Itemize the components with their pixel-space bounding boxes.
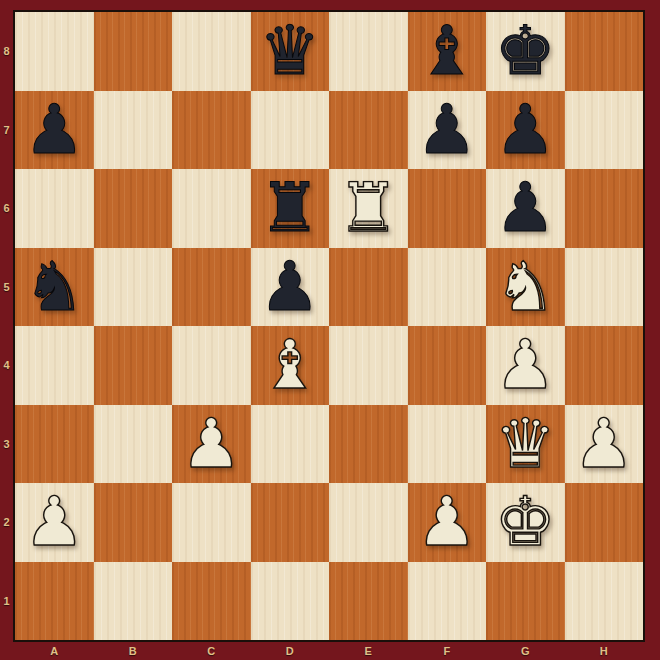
- square-b8[interactable]: [94, 12, 173, 91]
- white-knight-g5[interactable]: ♞: [495, 253, 556, 321]
- square-c5[interactable]: [172, 248, 251, 327]
- square-c4[interactable]: [172, 326, 251, 405]
- square-f2[interactable]: ♟: [408, 483, 487, 562]
- square-f3[interactable]: [408, 405, 487, 484]
- square-f5[interactable]: [408, 248, 487, 327]
- file-label-h: H: [565, 642, 644, 660]
- white-rook-e6[interactable]: ♜: [338, 174, 399, 242]
- square-e1[interactable]: [329, 562, 408, 641]
- square-a8[interactable]: [15, 12, 94, 91]
- black-queen-d8[interactable]: ♛: [259, 17, 320, 85]
- square-a2[interactable]: ♟: [15, 483, 94, 562]
- black-pawn-a7[interactable]: ♟: [24, 96, 85, 164]
- square-f4[interactable]: [408, 326, 487, 405]
- square-h3[interactable]: ♟: [565, 405, 644, 484]
- square-a6[interactable]: [15, 169, 94, 248]
- file-label-d: D: [251, 642, 330, 660]
- white-pawn-c3[interactable]: ♟: [181, 410, 242, 478]
- black-knight-a5[interactable]: ♞: [24, 253, 85, 321]
- square-c3[interactable]: ♟: [172, 405, 251, 484]
- square-d4[interactable]: ♝: [251, 326, 330, 405]
- square-a7[interactable]: ♟: [15, 91, 94, 170]
- white-pawn-a2[interactable]: ♟: [24, 488, 85, 556]
- square-d1[interactable]: [251, 562, 330, 641]
- black-pawn-f7[interactable]: ♟: [416, 96, 477, 164]
- square-f1[interactable]: [408, 562, 487, 641]
- square-g7[interactable]: ♟: [486, 91, 565, 170]
- square-b4[interactable]: [94, 326, 173, 405]
- square-e2[interactable]: [329, 483, 408, 562]
- square-a1[interactable]: [15, 562, 94, 641]
- square-d3[interactable]: [251, 405, 330, 484]
- white-pawn-h3[interactable]: ♟: [573, 410, 634, 478]
- square-h4[interactable]: [565, 326, 644, 405]
- square-g3[interactable]: ♛: [486, 405, 565, 484]
- square-f6[interactable]: [408, 169, 487, 248]
- square-d8[interactable]: ♛: [251, 12, 330, 91]
- square-g5[interactable]: ♞: [486, 248, 565, 327]
- black-pawn-d5[interactable]: ♟: [259, 253, 320, 321]
- square-h2[interactable]: [565, 483, 644, 562]
- square-e8[interactable]: [329, 12, 408, 91]
- square-g1[interactable]: [486, 562, 565, 641]
- square-c6[interactable]: [172, 169, 251, 248]
- square-c7[interactable]: [172, 91, 251, 170]
- black-pawn-g7[interactable]: ♟: [495, 96, 556, 164]
- square-h1[interactable]: [565, 562, 644, 641]
- square-a5[interactable]: ♞: [15, 248, 94, 327]
- square-a4[interactable]: [15, 326, 94, 405]
- white-bishop-d4[interactable]: ♝: [259, 331, 320, 399]
- square-g8[interactable]: ♚: [486, 12, 565, 91]
- board-frame: ♛♝♚♟♟♟♜♜♟♞♟♞♝♟♟♛♟♟♟♚ 87654321ABCDEFGH: [0, 0, 660, 660]
- black-pawn-g6[interactable]: ♟: [495, 174, 556, 242]
- square-g4[interactable]: ♟: [486, 326, 565, 405]
- square-f8[interactable]: ♝: [408, 12, 487, 91]
- square-b7[interactable]: [94, 91, 173, 170]
- white-pawn-f2[interactable]: ♟: [416, 488, 477, 556]
- rank-label-7: 7: [0, 91, 13, 170]
- rank-label-6: 6: [0, 169, 13, 248]
- square-h8[interactable]: [565, 12, 644, 91]
- square-e6[interactable]: ♜: [329, 169, 408, 248]
- square-e3[interactable]: [329, 405, 408, 484]
- file-label-c: C: [172, 642, 251, 660]
- white-king-g2[interactable]: ♚: [495, 488, 556, 556]
- square-b2[interactable]: [94, 483, 173, 562]
- square-c1[interactable]: [172, 562, 251, 641]
- square-b6[interactable]: [94, 169, 173, 248]
- file-label-g: G: [486, 642, 565, 660]
- file-label-e: E: [329, 642, 408, 660]
- square-h6[interactable]: [565, 169, 644, 248]
- square-b1[interactable]: [94, 562, 173, 641]
- square-g6[interactable]: ♟: [486, 169, 565, 248]
- rank-label-3: 3: [0, 405, 13, 484]
- rank-label-5: 5: [0, 248, 13, 327]
- square-h7[interactable]: [565, 91, 644, 170]
- white-pawn-g4[interactable]: ♟: [495, 331, 556, 399]
- square-c2[interactable]: [172, 483, 251, 562]
- square-d7[interactable]: [251, 91, 330, 170]
- square-e7[interactable]: [329, 91, 408, 170]
- square-f7[interactable]: ♟: [408, 91, 487, 170]
- rank-label-1: 1: [0, 562, 13, 641]
- file-label-f: F: [408, 642, 487, 660]
- square-e5[interactable]: [329, 248, 408, 327]
- rank-label-4: 4: [0, 326, 13, 405]
- file-label-b: B: [94, 642, 173, 660]
- chess-board: ♛♝♚♟♟♟♜♜♟♞♟♞♝♟♟♛♟♟♟♚: [13, 10, 645, 642]
- square-b5[interactable]: [94, 248, 173, 327]
- square-a3[interactable]: [15, 405, 94, 484]
- black-rook-d6[interactable]: ♜: [259, 174, 320, 242]
- square-h5[interactable]: [565, 248, 644, 327]
- rank-label-2: 2: [0, 483, 13, 562]
- rank-label-8: 8: [0, 12, 13, 91]
- square-d2[interactable]: [251, 483, 330, 562]
- square-c8[interactable]: [172, 12, 251, 91]
- square-d6[interactable]: ♜: [251, 169, 330, 248]
- white-queen-g3[interactable]: ♛: [495, 410, 556, 478]
- square-e4[interactable]: [329, 326, 408, 405]
- black-bishop-f8[interactable]: ♝: [416, 17, 477, 85]
- square-d5[interactable]: ♟: [251, 248, 330, 327]
- file-label-a: A: [15, 642, 94, 660]
- black-king-g8[interactable]: ♚: [495, 17, 556, 85]
- square-b3[interactable]: [94, 405, 173, 484]
- square-g2[interactable]: ♚: [486, 483, 565, 562]
